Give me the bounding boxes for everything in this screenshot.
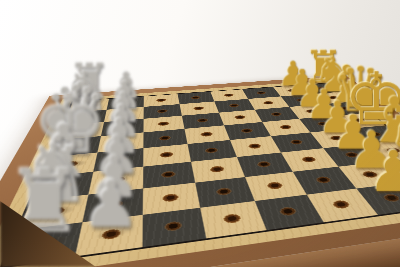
chess-board: ♜♟♞♟♟♜♝♟♟♞♛♟♟♝♚♟♟♛♝♟♟♚♞♟♟♝♜♟♟♞♟♜ xyxy=(0,75,400,267)
chess-photo-stage: ♜♟♞♟♟♜♝♟♟♞♛♟♟♝♚♟♟♛♝♟♟♚♞♟♟♝♜♟♟♞♟♜ xyxy=(0,0,400,267)
piece-glyph: ♟ xyxy=(337,143,400,200)
perspective-scene: ♜♟♞♟♟♜♝♟♟♞♛♟♟♝♚♟♟♛♝♟♟♚♞♟♟♝♜♟♟♞♟♜ xyxy=(0,0,400,267)
